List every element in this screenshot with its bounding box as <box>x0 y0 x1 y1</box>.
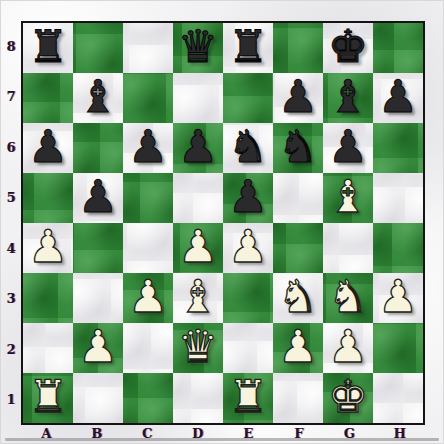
piece-black-pawn[interactable]: ♟ <box>378 74 418 119</box>
square-a8[interactable]: ♜ <box>23 23 73 73</box>
square-b1[interactable] <box>73 373 123 423</box>
square-g4[interactable] <box>323 223 373 273</box>
square-b6[interactable] <box>73 123 123 173</box>
piece-white-pawn[interactable]: ♟ <box>128 274 168 319</box>
square-b8[interactable] <box>73 23 123 73</box>
square-g8[interactable]: ♚ <box>323 23 373 73</box>
square-f8[interactable] <box>273 23 323 73</box>
square-d3[interactable]: ♝ <box>173 273 223 323</box>
square-c1[interactable] <box>123 373 173 423</box>
piece-white-pawn[interactable]: ♟ <box>328 324 368 369</box>
square-d2[interactable]: ♛ <box>173 323 223 373</box>
rank-labels: 87654321 <box>1 21 21 425</box>
square-f1[interactable] <box>273 373 323 423</box>
square-g7[interactable]: ♝ <box>323 73 373 123</box>
piece-black-pawn[interactable]: ♟ <box>328 124 368 169</box>
piece-white-knight[interactable]: ♞ <box>278 274 318 319</box>
piece-white-pawn[interactable]: ♟ <box>278 324 318 369</box>
piece-black-bishop[interactable]: ♝ <box>328 74 368 119</box>
square-e3[interactable] <box>223 273 273 323</box>
frame-shadow <box>5 438 439 441</box>
rank-label-7: 7 <box>1 72 21 123</box>
piece-white-knight[interactable]: ♞ <box>328 274 368 319</box>
rank-label-1: 1 <box>1 375 21 426</box>
piece-white-pawn[interactable]: ♟ <box>178 224 218 269</box>
piece-white-pawn[interactable]: ♟ <box>378 274 418 319</box>
square-b2[interactable]: ♟ <box>73 323 123 373</box>
square-g2[interactable]: ♟ <box>323 323 373 373</box>
rank-label-3: 3 <box>1 274 21 325</box>
square-f3[interactable]: ♞ <box>273 273 323 323</box>
square-a4[interactable]: ♟ <box>23 223 73 273</box>
piece-black-pawn[interactable]: ♟ <box>278 74 318 119</box>
square-d4[interactable]: ♟ <box>173 223 223 273</box>
square-h6[interactable] <box>373 123 423 173</box>
square-b5[interactable]: ♟ <box>73 173 123 223</box>
square-f4[interactable] <box>273 223 323 273</box>
square-h2[interactable] <box>373 323 423 373</box>
square-d7[interactable] <box>173 73 223 123</box>
piece-black-pawn[interactable]: ♟ <box>228 174 268 219</box>
square-e8[interactable]: ♜ <box>223 23 273 73</box>
square-c3[interactable]: ♟ <box>123 273 173 323</box>
square-h1[interactable] <box>373 373 423 423</box>
square-e1[interactable]: ♜ <box>223 373 273 423</box>
square-c7[interactable] <box>123 73 173 123</box>
square-d5[interactable] <box>173 173 223 223</box>
square-h5[interactable] <box>373 173 423 223</box>
rank-label-2: 2 <box>1 324 21 375</box>
square-d6[interactable]: ♟ <box>173 123 223 173</box>
square-a6[interactable]: ♟ <box>23 123 73 173</box>
piece-black-pawn[interactable]: ♟ <box>78 174 118 219</box>
square-g3[interactable]: ♞ <box>323 273 373 323</box>
rank-label-5: 5 <box>1 173 21 224</box>
rank-label-6: 6 <box>1 122 21 173</box>
piece-black-queen[interactable]: ♛ <box>178 24 218 69</box>
piece-black-rook[interactable]: ♜ <box>28 24 68 69</box>
square-e2[interactable] <box>223 323 273 373</box>
piece-black-rook[interactable]: ♜ <box>228 24 268 69</box>
square-c6[interactable]: ♟ <box>123 123 173 173</box>
square-a3[interactable] <box>23 273 73 323</box>
square-d1[interactable] <box>173 373 223 423</box>
piece-white-queen[interactable]: ♛ <box>178 324 218 369</box>
square-h3[interactable]: ♟ <box>373 273 423 323</box>
piece-white-rook[interactable]: ♜ <box>228 374 268 419</box>
square-c5[interactable] <box>123 173 173 223</box>
square-g1[interactable]: ♚ <box>323 373 373 423</box>
square-f5[interactable] <box>273 173 323 223</box>
chess-diagram: 87654321 ABCDEFGH ♜♛♜♚♝♟♝♟♟♟♟♞♞♟♟♟♝♟♟♟♟♝… <box>0 0 444 444</box>
piece-black-bishop[interactable]: ♝ <box>78 74 118 119</box>
piece-black-pawn[interactable]: ♟ <box>178 124 218 169</box>
square-a5[interactable] <box>23 173 73 223</box>
square-e5[interactable]: ♟ <box>223 173 273 223</box>
piece-black-knight[interactable]: ♞ <box>228 124 268 169</box>
square-b4[interactable] <box>73 223 123 273</box>
square-a7[interactable] <box>23 73 73 123</box>
square-g5[interactable]: ♝ <box>323 173 373 223</box>
piece-white-king[interactable]: ♚ <box>328 374 368 419</box>
square-h7[interactable]: ♟ <box>373 73 423 123</box>
piece-black-pawn[interactable]: ♟ <box>28 124 68 169</box>
piece-black-pawn[interactable]: ♟ <box>128 124 168 169</box>
square-e4[interactable]: ♟ <box>223 223 273 273</box>
square-e6[interactable]: ♞ <box>223 123 273 173</box>
square-g6[interactable]: ♟ <box>323 123 373 173</box>
square-f7[interactable]: ♟ <box>273 73 323 123</box>
piece-white-pawn[interactable]: ♟ <box>228 224 268 269</box>
square-b7[interactable]: ♝ <box>73 73 123 123</box>
chess-board: ♜♛♜♚♝♟♝♟♟♟♟♞♞♟♟♟♝♟♟♟♟♝♞♞♟♟♛♟♟♜♜♚ <box>21 21 425 425</box>
square-h4[interactable] <box>373 223 423 273</box>
square-e7[interactable] <box>223 73 273 123</box>
piece-white-rook[interactable]: ♜ <box>28 374 68 419</box>
square-d8[interactable]: ♛ <box>173 23 223 73</box>
piece-white-pawn[interactable]: ♟ <box>78 324 118 369</box>
square-a2[interactable] <box>23 323 73 373</box>
square-b3[interactable] <box>73 273 123 323</box>
square-a1[interactable]: ♜ <box>23 373 73 423</box>
rank-label-8: 8 <box>1 21 21 72</box>
piece-black-king[interactable]: ♚ <box>328 24 368 69</box>
square-h8[interactable] <box>373 23 423 73</box>
square-f2[interactable]: ♟ <box>273 323 323 373</box>
rank-label-4: 4 <box>1 223 21 274</box>
piece-white-pawn[interactable]: ♟ <box>28 224 68 269</box>
square-f6[interactable]: ♞ <box>273 123 323 173</box>
square-c8[interactable] <box>123 23 173 73</box>
piece-white-bishop[interactable]: ♝ <box>328 174 368 219</box>
piece-black-knight[interactable]: ♞ <box>278 124 318 169</box>
square-c4[interactable] <box>123 223 173 273</box>
square-c2[interactable] <box>123 323 173 373</box>
piece-white-bishop[interactable]: ♝ <box>178 274 218 319</box>
